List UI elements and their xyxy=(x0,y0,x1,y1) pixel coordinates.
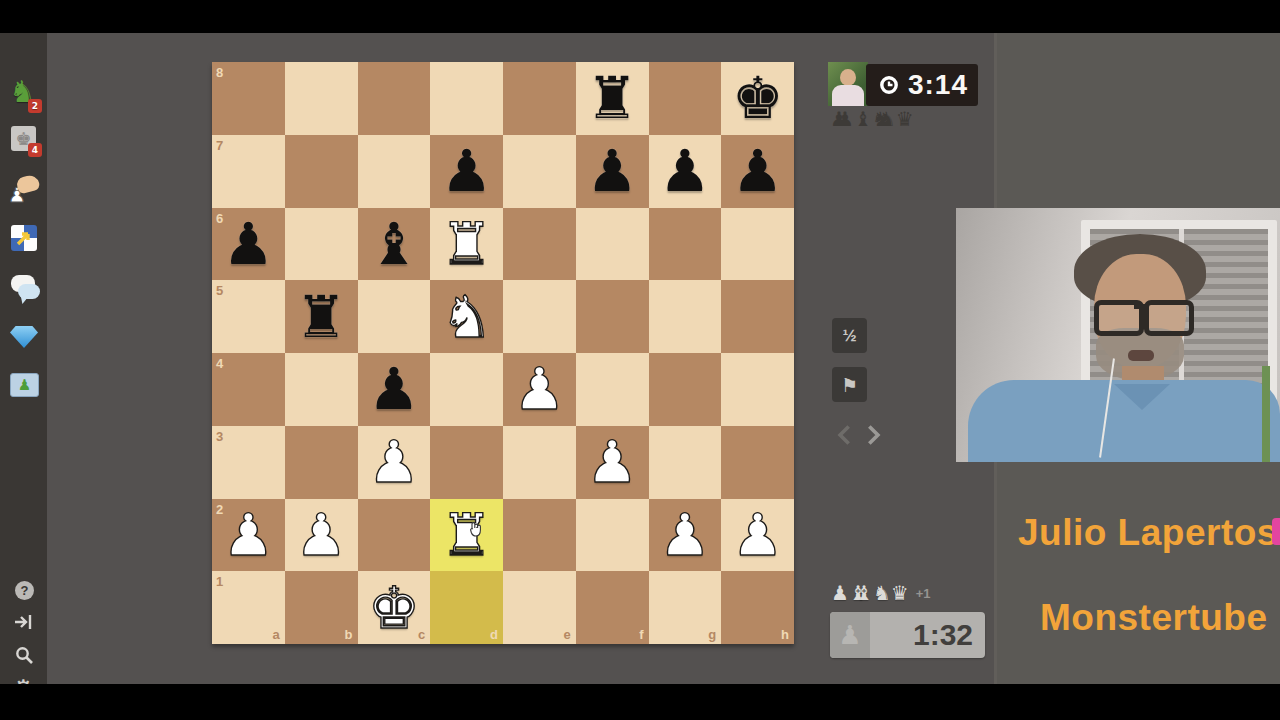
top-player-clock: 3:14 xyxy=(866,64,978,106)
square-a3[interactable]: 3 xyxy=(212,426,285,499)
emoji-fragment xyxy=(1272,518,1280,545)
square-a2[interactable]: 2♟ xyxy=(212,499,285,572)
square-d4[interactable] xyxy=(430,353,503,426)
square-h1[interactable]: h xyxy=(721,571,794,644)
square-h7[interactable]: ♟ xyxy=(721,135,794,208)
file-label-a: a xyxy=(273,627,280,642)
black-rook-f8[interactable]: ♜ xyxy=(576,62,649,135)
square-h5[interactable] xyxy=(721,280,794,353)
white-rook-d6[interactable]: ♜ xyxy=(430,208,503,281)
square-e1[interactable]: e xyxy=(503,571,576,644)
square-e2[interactable] xyxy=(503,499,576,572)
rank-label-4: 4 xyxy=(216,356,223,371)
avatar-shirt xyxy=(832,85,864,106)
square-h6[interactable] xyxy=(721,208,794,281)
plant-strip xyxy=(1262,366,1270,462)
rank-label-5: 5 xyxy=(216,283,223,298)
square-e5[interactable] xyxy=(503,280,576,353)
square-a4[interactable]: 4 xyxy=(212,353,285,426)
streamer-name: Julio Lapertosa xyxy=(1018,512,1280,554)
top-letterbox-bar xyxy=(0,0,1280,33)
square-f1[interactable]: f xyxy=(576,571,649,644)
person-glasses xyxy=(1092,300,1192,328)
resign-flag-button[interactable]: ⚑ xyxy=(832,367,867,402)
white-rook-d2[interactable]: ♜ xyxy=(430,499,503,572)
square-e4[interactable]: ♟ xyxy=(503,353,576,426)
top-player-avatar[interactable] xyxy=(828,62,868,106)
white-pawn-h2[interactable]: ♟ xyxy=(721,499,794,572)
square-f2[interactable] xyxy=(576,499,649,572)
square-b8[interactable] xyxy=(285,62,358,135)
square-d8[interactable] xyxy=(430,62,503,135)
square-h3[interactable] xyxy=(721,426,794,499)
white-pawn-g2[interactable]: ♟ xyxy=(649,499,722,572)
square-g6[interactable] xyxy=(649,208,722,281)
square-c5[interactable] xyxy=(358,280,431,353)
white-pawn-c3[interactable]: ♟ xyxy=(358,426,431,499)
file-label-e: e xyxy=(564,627,571,642)
captured-knight: ♞ xyxy=(878,109,896,129)
file-label-d: d xyxy=(490,627,498,642)
chess-board: 8♜♚7♟♟♟♟6♟♝♜5♜♞4♟♟3♟♟2♟♟♜♟♟1abc♚defgh xyxy=(212,62,794,644)
square-c6[interactable]: ♝ xyxy=(358,208,431,281)
hand-holding-pawn-icon[interactable]: ♟ xyxy=(9,174,39,204)
clock-icon xyxy=(878,74,900,96)
square-c8[interactable] xyxy=(358,62,431,135)
square-b4[interactable] xyxy=(285,353,358,426)
square-f5[interactable] xyxy=(576,280,649,353)
square-d2[interactable]: ♜ xyxy=(430,499,503,572)
black-pawn-f7[interactable]: ♟ xyxy=(576,135,649,208)
rank-label-1: 1 xyxy=(216,574,223,589)
square-b1[interactable]: b xyxy=(285,571,358,644)
rank-label-3: 3 xyxy=(216,429,223,444)
person-mouth xyxy=(1128,350,1154,361)
file-label-b: b xyxy=(345,627,353,642)
top-captured-tray: ♟♟♝♞♞♛ xyxy=(830,108,914,130)
chat-bubbles-icon[interactable] xyxy=(9,274,41,304)
top-clock-time: 3:14 xyxy=(900,69,978,101)
sign-in-icon[interactable] xyxy=(14,613,34,631)
green-knight-icon[interactable]: ♞ 2 xyxy=(9,77,36,107)
white-pawn-f3[interactable]: ♟ xyxy=(576,426,649,499)
yellow-arrow xyxy=(14,228,34,248)
rank-label-7: 7 xyxy=(216,138,223,153)
square-e7[interactable] xyxy=(503,135,576,208)
black-pawn-d7[interactable]: ♟ xyxy=(430,135,503,208)
square-f6[interactable] xyxy=(576,208,649,281)
chevron-right-icon[interactable] xyxy=(863,424,883,446)
channel-name: Monstertube xyxy=(1040,597,1268,639)
square-a7[interactable]: 7 xyxy=(212,135,285,208)
material-advantage: +1 xyxy=(916,587,931,600)
captured-pawn: ♟ xyxy=(836,109,854,129)
help-icon[interactable]: ? xyxy=(15,581,34,600)
black-pawn-c4[interactable]: ♟ xyxy=(358,353,431,426)
captured-bishop: ♝ xyxy=(854,109,872,129)
square-b7[interactable] xyxy=(285,135,358,208)
square-h4[interactable] xyxy=(721,353,794,426)
square-f4[interactable] xyxy=(576,353,649,426)
square-d5[interactable]: ♞ xyxy=(430,280,503,353)
square-d1[interactable]: d xyxy=(430,571,503,644)
square-d3[interactable] xyxy=(430,426,503,499)
square-c2[interactable] xyxy=(358,499,431,572)
square-a8[interactable]: 8 xyxy=(212,62,285,135)
knight-badge: 2 xyxy=(28,99,42,113)
arrow-squares-icon[interactable] xyxy=(11,225,37,251)
square-b6[interactable] xyxy=(285,208,358,281)
white-knight-d5[interactable]: ♞ xyxy=(430,280,503,353)
square-c3[interactable]: ♟ xyxy=(358,426,431,499)
bottom-player-clock: ♟ 1:32 xyxy=(830,612,985,658)
square-f7[interactable]: ♟ xyxy=(576,135,649,208)
square-e3[interactable] xyxy=(503,426,576,499)
square-c7[interactable] xyxy=(358,135,431,208)
left-sidebar: ♞ 2 ♚ 4 ♟ ♟ ? ⚙ xyxy=(0,33,47,684)
captured-bishop: ♝ xyxy=(855,583,873,603)
captured-queen: ♛ xyxy=(896,109,914,129)
square-h8[interactable]: ♚ xyxy=(721,62,794,135)
square-b3[interactable] xyxy=(285,426,358,499)
offer-draw-button[interactable]: ½ xyxy=(832,318,867,353)
diamond-icon[interactable] xyxy=(10,326,38,348)
black-pawn-g7[interactable]: ♟ xyxy=(649,135,722,208)
chess-set-badge: 4 xyxy=(28,143,42,157)
chess-set-icon[interactable]: ♚ 4 xyxy=(11,126,36,151)
captured-queen: ♛ xyxy=(891,583,909,603)
black-pawn-a6[interactable]: ♟ xyxy=(212,208,285,281)
hand-shape xyxy=(15,173,40,194)
square-f8[interactable]: ♜ xyxy=(576,62,649,135)
file-label-f: f xyxy=(639,627,643,642)
square-g7[interactable]: ♟ xyxy=(649,135,722,208)
bottom-captured-tray: ♟♝♝♞♛+1 xyxy=(831,582,931,604)
square-g1[interactable]: g xyxy=(649,571,722,644)
square-c1[interactable]: c♚ xyxy=(358,571,431,644)
square-f3[interactable]: ♟ xyxy=(576,426,649,499)
black-pawn-h7[interactable]: ♟ xyxy=(721,135,794,208)
screen: ♞ 2 ♚ 4 ♟ ♟ ? ⚙ xyxy=(0,0,1280,720)
square-d6[interactable]: ♜ xyxy=(430,208,503,281)
white-pawn-e4[interactable]: ♟ xyxy=(503,353,576,426)
square-b5[interactable]: ♜ xyxy=(285,280,358,353)
square-g3[interactable] xyxy=(649,426,722,499)
square-c4[interactable]: ♟ xyxy=(358,353,431,426)
square-g8[interactable] xyxy=(649,62,722,135)
square-h2[interactable]: ♟ xyxy=(721,499,794,572)
square-a6[interactable]: 6♟ xyxy=(212,208,285,281)
webcam-video xyxy=(956,208,1280,462)
square-a1[interactable]: 1a xyxy=(212,571,285,644)
chevron-left-icon[interactable] xyxy=(835,424,855,446)
file-label-g: g xyxy=(708,627,716,642)
square-d7[interactable]: ♟ xyxy=(430,135,503,208)
captured-pawn: ♟ xyxy=(831,583,849,603)
white-king-c1[interactable]: ♚ xyxy=(358,571,431,644)
avatar-head xyxy=(840,69,856,86)
square-g4[interactable] xyxy=(649,353,722,426)
white-pawn-clock-icon: ♟ xyxy=(830,612,870,658)
black-bishop-c6[interactable]: ♝ xyxy=(358,208,431,281)
bottom-clock-time: 1:32 xyxy=(870,612,985,658)
square-e8[interactable] xyxy=(503,62,576,135)
file-label-h: h xyxy=(781,627,789,642)
bottom-letterbox-bar xyxy=(0,684,1280,720)
square-a5[interactable]: 5 xyxy=(212,280,285,353)
white-pawn-a2[interactable]: ♟ xyxy=(212,499,285,572)
black-king-h8[interactable]: ♚ xyxy=(721,62,794,135)
rank-label-8: 8 xyxy=(216,65,223,80)
square-e6[interactable] xyxy=(503,208,576,281)
square-g5[interactable] xyxy=(649,280,722,353)
black-rook-b5[interactable]: ♜ xyxy=(285,280,358,353)
square-b2[interactable]: ♟ xyxy=(285,499,358,572)
square-g2[interactable]: ♟ xyxy=(649,499,722,572)
white-pawn-b2[interactable]: ♟ xyxy=(285,499,358,572)
search-icon[interactable] xyxy=(15,646,34,665)
screen-pawn-icon[interactable]: ♟ xyxy=(10,373,39,397)
captured-knight: ♞ xyxy=(873,583,891,603)
